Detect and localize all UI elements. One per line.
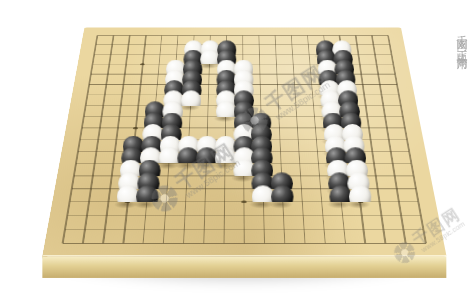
- grid-vline: [388, 36, 427, 244]
- stage: 千图网 www.58pic.com 千图网 www.58pic.com 千图网 …: [0, 0, 473, 300]
- go-board: [42, 27, 446, 256]
- board-grid: [63, 36, 426, 244]
- board-top-surface: [42, 27, 446, 256]
- grid-vline: [274, 36, 285, 244]
- grid-vline: [62, 36, 98, 244]
- grid-vline: [291, 36, 306, 244]
- board-front-face: [42, 256, 446, 278]
- grid-hline: [67, 215, 421, 216]
- grid-hline: [63, 243, 426, 244]
- go-board-scene: [0, 0, 473, 300]
- hoshi-point: [140, 63, 145, 65]
- grid-vline: [371, 36, 406, 244]
- grid-vline: [82, 36, 114, 244]
